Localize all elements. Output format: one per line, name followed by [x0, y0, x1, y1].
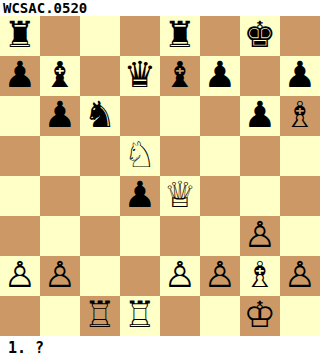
square-d2[interactable] — [120, 256, 160, 296]
square-h1[interactable] — [280, 296, 320, 336]
square-f3[interactable] — [200, 216, 240, 256]
piece-white-pawn: ♙ — [204, 256, 236, 295]
square-f7[interactable]: ♟ — [200, 56, 240, 96]
square-a4[interactable] — [0, 176, 40, 216]
piece-black-king: ♚ — [244, 16, 276, 55]
square-a7[interactable]: ♟ — [0, 56, 40, 96]
piece-black-pawn: ♟ — [124, 176, 156, 215]
piece-black-pawn: ♟ — [204, 56, 236, 95]
square-b8[interactable] — [40, 16, 80, 56]
square-b6[interactable]: ♟ — [40, 96, 80, 136]
piece-black-rook: ♜ — [4, 16, 36, 55]
square-d5[interactable]: ♘ — [120, 136, 160, 176]
square-a6[interactable] — [0, 96, 40, 136]
square-c7[interactable] — [80, 56, 120, 96]
square-f8[interactable] — [200, 16, 240, 56]
square-f4[interactable] — [200, 176, 240, 216]
piece-black-pawn: ♟ — [4, 56, 36, 95]
piece-white-rook: ♖ — [124, 296, 156, 335]
square-c2[interactable] — [80, 256, 120, 296]
square-a1[interactable] — [0, 296, 40, 336]
square-h5[interactable] — [280, 136, 320, 176]
square-b1[interactable] — [40, 296, 80, 336]
piece-white-bishop: ♗ — [284, 96, 316, 135]
square-c4[interactable] — [80, 176, 120, 216]
square-c1[interactable]: ♖ — [80, 296, 120, 336]
square-e2[interactable]: ♙ — [160, 256, 200, 296]
square-h6[interactable]: ♗ — [280, 96, 320, 136]
square-d6[interactable] — [120, 96, 160, 136]
square-g8[interactable]: ♚ — [240, 16, 280, 56]
piece-white-bishop: ♗ — [244, 256, 276, 295]
square-d4[interactable]: ♟ — [120, 176, 160, 216]
square-c6[interactable]: ♞ — [80, 96, 120, 136]
square-a5[interactable] — [0, 136, 40, 176]
square-e5[interactable] — [160, 136, 200, 176]
piece-black-bishop: ♝ — [44, 56, 76, 95]
piece-white-pawn: ♙ — [284, 256, 316, 295]
piece-black-rook: ♜ — [164, 16, 196, 55]
square-a8[interactable]: ♜ — [0, 16, 40, 56]
square-e6[interactable] — [160, 96, 200, 136]
piece-white-queen: ♕ — [164, 176, 196, 215]
square-f5[interactable] — [200, 136, 240, 176]
square-e7[interactable]: ♝ — [160, 56, 200, 96]
square-g6[interactable]: ♟ — [240, 96, 280, 136]
piece-white-pawn: ♙ — [4, 256, 36, 295]
puzzle-title: WCSAC.0520 — [0, 0, 320, 16]
piece-black-pawn: ♟ — [44, 96, 76, 135]
square-e4[interactable]: ♕ — [160, 176, 200, 216]
piece-black-pawn: ♟ — [244, 96, 276, 135]
square-h8[interactable] — [280, 16, 320, 56]
square-b3[interactable] — [40, 216, 80, 256]
square-g5[interactable] — [240, 136, 280, 176]
square-c5[interactable] — [80, 136, 120, 176]
square-f1[interactable] — [200, 296, 240, 336]
piece-black-queen: ♛ — [124, 56, 156, 95]
square-d3[interactable] — [120, 216, 160, 256]
square-h7[interactable]: ♟ — [280, 56, 320, 96]
square-g3[interactable]: ♙ — [240, 216, 280, 256]
piece-white-knight: ♘ — [124, 136, 156, 175]
piece-white-pawn: ♙ — [164, 256, 196, 295]
square-c3[interactable] — [80, 216, 120, 256]
square-b2[interactable]: ♙ — [40, 256, 80, 296]
piece-white-pawn: ♙ — [44, 256, 76, 295]
square-d1[interactable]: ♖ — [120, 296, 160, 336]
square-g4[interactable] — [240, 176, 280, 216]
move-prompt: 1. ? — [0, 336, 320, 360]
square-b4[interactable] — [40, 176, 80, 216]
chess-board: ♜♜♚♟♝♛♝♟♟♟♞♟♗♘♟♕♙♙♙♙♙♗♙♖♖♔ — [0, 16, 320, 336]
square-h4[interactable] — [280, 176, 320, 216]
square-f6[interactable] — [200, 96, 240, 136]
square-g1[interactable]: ♔ — [240, 296, 280, 336]
square-b5[interactable] — [40, 136, 80, 176]
piece-black-pawn: ♟ — [284, 56, 316, 95]
square-a2[interactable]: ♙ — [0, 256, 40, 296]
piece-black-bishop: ♝ — [164, 56, 196, 95]
square-d8[interactable] — [120, 16, 160, 56]
square-a3[interactable] — [0, 216, 40, 256]
piece-white-rook: ♖ — [84, 296, 116, 335]
square-e3[interactable] — [160, 216, 200, 256]
square-d7[interactable]: ♛ — [120, 56, 160, 96]
square-h3[interactable] — [280, 216, 320, 256]
square-f2[interactable]: ♙ — [200, 256, 240, 296]
square-e1[interactable] — [160, 296, 200, 336]
piece-white-pawn: ♙ — [244, 216, 276, 255]
chess-app-window: WCSAC.0520 ♜♜♚♟♝♛♝♟♟♟♞♟♗♘♟♕♙♙♙♙♙♗♙♖♖♔ 1.… — [0, 0, 320, 360]
square-g2[interactable]: ♗ — [240, 256, 280, 296]
square-c8[interactable] — [80, 16, 120, 56]
piece-white-king: ♔ — [244, 296, 276, 335]
square-g7[interactable] — [240, 56, 280, 96]
square-e8[interactable]: ♜ — [160, 16, 200, 56]
square-h2[interactable]: ♙ — [280, 256, 320, 296]
square-b7[interactable]: ♝ — [40, 56, 80, 96]
piece-black-knight: ♞ — [84, 96, 116, 135]
